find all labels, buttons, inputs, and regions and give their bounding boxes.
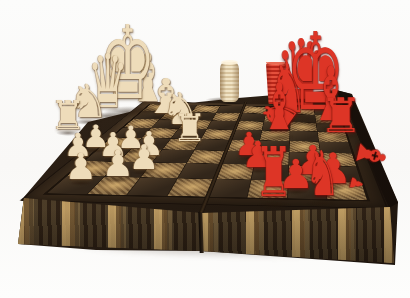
cream-pawn-a2: ♟ <box>59 149 102 185</box>
cream-rook-d5: ♜ <box>167 109 213 147</box>
rook-glyph: ♜ <box>173 109 207 147</box>
pieces-layer: ♝♚♛♛♝♞♞♚♞♞♝♜♜♝♜♟♟♟♟♟♟♝♟♟♟♟♟♟♟♟♞♜ <box>0 0 410 298</box>
cream-pawn-b2: ♟ <box>96 146 139 182</box>
chess-set-photo: ♝♚♛♛♝♞♞♚♞♞♝♜♜♝♜♟♟♟♟♟♟♝♟♟♟♟♟♟♟♟♞♜ <box>0 0 410 298</box>
cream-cylinder-piece-e8 <box>220 62 239 102</box>
pawn-glyph: ♟ <box>65 149 97 185</box>
red-rook-f1: ♜ <box>241 152 307 207</box>
rook-glyph: ♜ <box>255 139 292 207</box>
knight-glyph: ♞ <box>305 143 339 205</box>
pawn-glyph: ♟ <box>102 146 134 182</box>
